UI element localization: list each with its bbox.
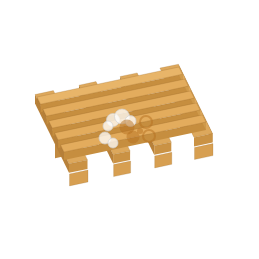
- pallet-illustration: [0, 0, 259, 259]
- pallet-foot: [114, 161, 131, 177]
- pallet-foot: [195, 144, 214, 160]
- pallet-foot: [155, 152, 172, 168]
- pallet-foot: [70, 170, 89, 186]
- watermark-circle: [108, 138, 118, 148]
- watermark-blob: [137, 128, 143, 134]
- product-photo: [0, 0, 259, 259]
- watermark-circle: [103, 121, 113, 131]
